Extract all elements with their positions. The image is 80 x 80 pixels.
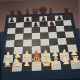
piece-black-p-e7[interactable]: ♟ (40, 15, 46, 22)
piece-black-p-b7[interactable]: ♟ (17, 17, 23, 24)
piece-white-r-h1[interactable]: ♜ (71, 56, 80, 67)
piece-black-p-c7[interactable]: ♟ (25, 16, 31, 23)
scene: ♜♞♝♛♚♝♜♟♟♟♟♟♟♟♟♞♟♟♟♟♟♟♟♟♜♞♝♛♚♝♞♜ (0, 0, 80, 80)
piece-black-p-g7[interactable]: ♟ (56, 15, 62, 22)
pieces-layer: ♜♞♝♛♚♝♜♟♟♟♟♟♟♟♟♞♟♟♟♟♟♟♟♟♜♞♝♛♚♝♞♜ (0, 0, 80, 80)
piece-black-n-f6[interactable]: ♞ (48, 20, 56, 28)
piece-black-p-d6[interactable]: ♟ (33, 22, 39, 29)
piece-black-p-a7[interactable]: ♟ (9, 17, 15, 24)
piece-black-p-h7[interactable]: ♟ (64, 14, 70, 21)
